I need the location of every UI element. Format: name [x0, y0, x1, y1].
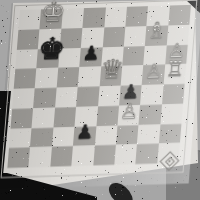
chess-board: ♔♗♚♟♙♕♙♖♟♙♟: [7, 5, 191, 168]
board-maker-emblem: [159, 151, 180, 171]
chessboard-photo: ♔♗♚♟♙♕♙♖♟♙♟: [0, 0, 200, 200]
emblem-center-dot: [168, 160, 170, 162]
